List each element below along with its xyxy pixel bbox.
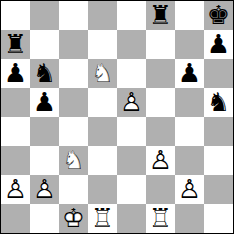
- square-h2[interactable]: [204, 175, 233, 204]
- white-rook-icon: ♖: [88, 204, 117, 233]
- square-e3[interactable]: [117, 146, 146, 175]
- square-f3[interactable]: ♟♙: [146, 146, 175, 175]
- square-f5[interactable]: [146, 88, 175, 117]
- square-d2[interactable]: [88, 175, 117, 204]
- black-pawn-icon: ♟: [175, 59, 204, 88]
- square-a5[interactable]: [1, 88, 30, 117]
- square-h8[interactable]: ♚: [204, 1, 233, 30]
- piece-white-king[interactable]: ♚♔: [59, 204, 88, 233]
- square-h5[interactable]: ♞: [204, 88, 233, 117]
- black-king-icon: ♚: [204, 1, 233, 30]
- square-e4[interactable]: [117, 117, 146, 146]
- square-h1[interactable]: [204, 204, 233, 233]
- piece-white-rook[interactable]: ♜♖: [88, 204, 117, 233]
- square-d4[interactable]: [88, 117, 117, 146]
- square-g6[interactable]: ♟: [175, 59, 204, 88]
- square-b3[interactable]: [30, 146, 59, 175]
- square-a3[interactable]: [1, 146, 30, 175]
- piece-white-pawn[interactable]: ♟♙: [30, 175, 59, 204]
- square-d6[interactable]: ♞♘: [88, 59, 117, 88]
- square-h4[interactable]: [204, 117, 233, 146]
- piece-black-pawn[interactable]: ♟: [204, 30, 233, 59]
- square-f7[interactable]: [146, 30, 175, 59]
- piece-white-pawn[interactable]: ♟♙: [175, 175, 204, 204]
- square-a4[interactable]: [1, 117, 30, 146]
- square-a2[interactable]: ♟♙: [1, 175, 30, 204]
- square-g5[interactable]: [175, 88, 204, 117]
- piece-white-pawn[interactable]: ♟♙: [117, 88, 146, 117]
- square-e2[interactable]: [117, 175, 146, 204]
- square-b1[interactable]: [30, 204, 59, 233]
- white-knight-icon: ♘: [59, 146, 88, 175]
- square-e1[interactable]: [117, 204, 146, 233]
- square-g1[interactable]: [175, 204, 204, 233]
- square-g7[interactable]: [175, 30, 204, 59]
- piece-white-pawn[interactable]: ♟♙: [1, 175, 30, 204]
- square-f2[interactable]: [146, 175, 175, 204]
- white-pawn-icon: ♙: [175, 175, 204, 204]
- white-pawn-icon: ♙: [146, 146, 175, 175]
- square-f8[interactable]: ♜: [146, 1, 175, 30]
- square-b4[interactable]: [30, 117, 59, 146]
- square-g3[interactable]: [175, 146, 204, 175]
- black-knight-icon: ♞: [204, 88, 233, 117]
- white-rook-icon: ♖: [146, 204, 175, 233]
- square-e6[interactable]: [117, 59, 146, 88]
- piece-black-pawn[interactable]: ♟: [175, 59, 204, 88]
- white-pawn-icon: ♙: [30, 175, 59, 204]
- black-rook-icon: ♜: [146, 1, 175, 30]
- square-e8[interactable]: [117, 1, 146, 30]
- square-g4[interactable]: [175, 117, 204, 146]
- square-c2[interactable]: [59, 175, 88, 204]
- white-pawn-icon: ♙: [117, 88, 146, 117]
- square-c7[interactable]: [59, 30, 88, 59]
- piece-black-knight[interactable]: ♞: [30, 59, 59, 88]
- square-a7[interactable]: ♜: [1, 30, 30, 59]
- square-a1[interactable]: [1, 204, 30, 233]
- black-pawn-icon: ♟: [204, 30, 233, 59]
- square-b2[interactable]: ♟♙: [30, 175, 59, 204]
- piece-black-king[interactable]: ♚: [204, 1, 233, 30]
- square-c8[interactable]: [59, 1, 88, 30]
- piece-white-knight[interactable]: ♞♘: [88, 59, 117, 88]
- square-b6[interactable]: ♞: [30, 59, 59, 88]
- square-e5[interactable]: ♟♙: [117, 88, 146, 117]
- black-knight-icon: ♞: [30, 59, 59, 88]
- square-d1[interactable]: ♜♖: [88, 204, 117, 233]
- square-c5[interactable]: [59, 88, 88, 117]
- black-pawn-icon: ♟: [1, 59, 30, 88]
- piece-white-knight[interactable]: ♞♘: [59, 146, 88, 175]
- square-d8[interactable]: [88, 1, 117, 30]
- black-pawn-icon: ♟: [30, 88, 59, 117]
- black-rook-icon: ♜: [1, 30, 30, 59]
- square-g8[interactable]: [175, 1, 204, 30]
- square-f1[interactable]: ♜♖: [146, 204, 175, 233]
- piece-black-pawn[interactable]: ♟: [1, 59, 30, 88]
- square-d5[interactable]: [88, 88, 117, 117]
- square-d3[interactable]: [88, 146, 117, 175]
- piece-black-rook[interactable]: ♜: [146, 1, 175, 30]
- piece-black-pawn[interactable]: ♟: [30, 88, 59, 117]
- square-b7[interactable]: [30, 30, 59, 59]
- white-knight-icon: ♘: [88, 59, 117, 88]
- chess-board: ♜♚♜♟♟♞♞♘♟♟♟♙♞♞♘♟♙♟♙♟♙♟♙♚♔♜♖♜♖: [0, 0, 234, 234]
- square-d7[interactable]: [88, 30, 117, 59]
- white-king-icon: ♔: [59, 204, 88, 233]
- square-b5[interactable]: ♟: [30, 88, 59, 117]
- square-c3[interactable]: ♞♘: [59, 146, 88, 175]
- square-e7[interactable]: [117, 30, 146, 59]
- square-c4[interactable]: [59, 117, 88, 146]
- piece-white-pawn[interactable]: ♟♙: [146, 146, 175, 175]
- square-g2[interactable]: ♟♙: [175, 175, 204, 204]
- square-b8[interactable]: [30, 1, 59, 30]
- square-h7[interactable]: ♟: [204, 30, 233, 59]
- square-h3[interactable]: [204, 146, 233, 175]
- square-f6[interactable]: [146, 59, 175, 88]
- white-pawn-icon: ♙: [1, 175, 30, 204]
- square-a6[interactable]: ♟: [1, 59, 30, 88]
- piece-black-knight[interactable]: ♞: [204, 88, 233, 117]
- piece-white-rook[interactable]: ♜♖: [146, 204, 175, 233]
- square-h6[interactable]: [204, 59, 233, 88]
- square-c6[interactable]: [59, 59, 88, 88]
- square-a8[interactable]: [1, 1, 30, 30]
- piece-black-rook[interactable]: ♜: [1, 30, 30, 59]
- square-c1[interactable]: ♚♔: [59, 204, 88, 233]
- square-f4[interactable]: [146, 117, 175, 146]
